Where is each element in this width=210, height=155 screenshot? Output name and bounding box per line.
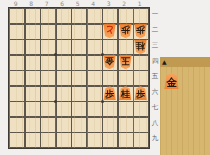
- shogi-piece-2六[interactable]: 桂: [119, 86, 132, 100]
- file-label: 1: [132, 0, 148, 7]
- rank-label: 一: [150, 7, 160, 23]
- hand-piece-金[interactable]: 金: [164, 73, 179, 89]
- piece-kanji: 歩: [136, 26, 145, 35]
- piece-kanji: 金: [166, 77, 177, 88]
- shogi-piece-1六[interactable]: 歩: [134, 86, 147, 100]
- file-label: 2: [117, 0, 133, 7]
- rank-label: 八: [150, 116, 160, 132]
- piece-kanji: 桂: [121, 90, 130, 99]
- rank-label: 五: [150, 69, 160, 85]
- hoshi-dot: [54, 53, 57, 56]
- file-label: 5: [70, 0, 86, 7]
- shogi-piece-3六[interactable]: 歩: [103, 86, 116, 100]
- hoshi-dot: [101, 100, 104, 103]
- shogi-board[interactable]: と歩歩桂金玉歩桂歩: [8, 7, 150, 149]
- file-label: 6: [55, 0, 71, 7]
- rank-label: 九: [150, 131, 160, 147]
- piece-kanji: 歩: [105, 90, 114, 99]
- rank-label: 三: [150, 38, 160, 54]
- file-label: 3: [101, 0, 117, 7]
- hoshi-dot: [101, 53, 104, 56]
- shogi-diagram: 987654321 一二三四五六七八九 と歩歩桂金玉歩桂歩 ▲ 金: [0, 0, 210, 155]
- shogi-piece-3四[interactable]: 金: [103, 55, 116, 69]
- rank-label: 六: [150, 85, 160, 101]
- rank-label: 四: [150, 54, 160, 70]
- hoshi-dot: [54, 100, 57, 103]
- piece-kanji: 歩: [121, 26, 130, 35]
- rank-labels: 一二三四五六七八九: [150, 7, 160, 147]
- file-label: 4: [86, 0, 102, 7]
- shogi-piece-3二[interactable]: と: [103, 24, 116, 38]
- piece-kanji: と: [105, 26, 114, 35]
- piece-kanji: 歩: [136, 90, 145, 99]
- shogi-piece-2二[interactable]: 歩: [119, 24, 132, 38]
- shogi-piece-1三[interactable]: 桂: [134, 40, 147, 54]
- shogi-piece-2四[interactable]: 玉: [119, 55, 132, 69]
- sente-marker-icon: ▲: [162, 57, 167, 67]
- rank-label: 七: [150, 100, 160, 116]
- komadai-header-bar: ▲: [160, 57, 210, 67]
- shogi-piece-1二[interactable]: 歩: [134, 24, 147, 38]
- piece-kanji: 桂: [136, 41, 145, 50]
- komadai-sente: ▲ 金: [160, 57, 210, 155]
- file-label: 9: [8, 0, 24, 7]
- rank-label: 二: [150, 23, 160, 39]
- piece-kanji: 玉: [121, 57, 130, 66]
- file-labels: 987654321: [8, 0, 148, 7]
- file-label: 8: [24, 0, 40, 7]
- file-label: 7: [39, 0, 55, 7]
- piece-kanji: 金: [105, 57, 114, 66]
